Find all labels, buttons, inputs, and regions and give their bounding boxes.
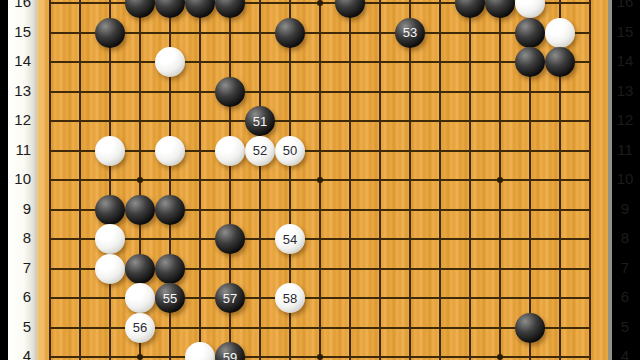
coordinate-label-right-4: 4 [612, 346, 638, 360]
stone-black-G8 [215, 224, 245, 254]
stone-black-D16 [125, 0, 155, 18]
stone-white-D6 [125, 283, 155, 313]
stone-black-G13 [215, 77, 245, 107]
grid-line-horizontal [49, 120, 591, 122]
stone-black-L16 [335, 0, 365, 18]
grid-line-vertical [469, 0, 471, 360]
stone-white-J11: 50 [275, 136, 305, 166]
move-number-label: 51 [253, 115, 267, 128]
go-board: 53515250545557585659 [37, 0, 612, 360]
coordinate-label-right-11: 11 [612, 140, 638, 160]
move-number-label: 59 [223, 351, 237, 360]
coordinate-label-left-11: 11 [8, 140, 31, 160]
grid-line-horizontal [49, 91, 591, 93]
stone-black-G4: 59 [215, 342, 245, 360]
coordinate-label-right-10: 10 [612, 169, 638, 189]
stone-white-E11 [155, 136, 185, 166]
coordinate-strip-left: 16151413121110987654 [8, 0, 37, 360]
coordinate-label-right-16: 16 [612, 0, 638, 12]
coordinate-label-left-4: 4 [8, 346, 31, 360]
coordinate-label-right-6: 6 [612, 287, 638, 307]
move-number-label: 58 [283, 292, 297, 305]
grid-line-vertical [439, 0, 441, 360]
coordinate-label-right-8: 8 [612, 228, 638, 248]
stone-black-C9 [95, 195, 125, 225]
star-point [137, 354, 143, 360]
star-point [137, 177, 143, 183]
letterbox-bar-left [0, 0, 8, 360]
star-point [317, 0, 323, 6]
stone-black-P16 [455, 0, 485, 18]
stone-black-R15 [515, 18, 545, 48]
stone-white-C8 [95, 224, 125, 254]
coordinate-strip-right: 16151413121110987654 [612, 0, 638, 360]
star-point [317, 177, 323, 183]
coordinate-label-left-14: 14 [8, 51, 31, 71]
move-number-label: 50 [283, 144, 297, 157]
coordinate-label-left-10: 10 [8, 169, 31, 189]
stone-black-C15 [95, 18, 125, 48]
move-number-label: 53 [403, 26, 417, 39]
stone-black-S14 [545, 47, 575, 77]
stone-white-J8: 54 [275, 224, 305, 254]
coordinate-label-left-12: 12 [8, 110, 31, 130]
coordinate-label-right-14: 14 [612, 51, 638, 71]
move-number-label: 57 [223, 292, 237, 305]
coordinate-label-right-9: 9 [612, 199, 638, 219]
grid-line-vertical [409, 0, 411, 360]
star-point [497, 354, 503, 360]
coordinate-label-right-7: 7 [612, 258, 638, 278]
grid-line-vertical [589, 0, 591, 360]
stone-black-Q16 [485, 0, 515, 18]
stone-black-E16 [155, 0, 185, 18]
move-number-label: 56 [133, 321, 147, 334]
stone-black-E9 [155, 195, 185, 225]
stone-white-C7 [95, 254, 125, 284]
stone-black-R5 [515, 313, 545, 343]
grid-line-horizontal [49, 150, 591, 152]
stone-black-N15: 53 [395, 18, 425, 48]
coordinate-label-right-13: 13 [612, 81, 638, 101]
stone-white-E14 [155, 47, 185, 77]
coordinate-label-left-5: 5 [8, 317, 31, 337]
stone-black-J15 [275, 18, 305, 48]
stone-white-F4 [185, 342, 215, 360]
stone-white-J6: 58 [275, 283, 305, 313]
move-number-label: 52 [253, 144, 267, 157]
stone-black-F16 [185, 0, 215, 18]
stone-white-S15 [545, 18, 575, 48]
grid-line-horizontal [49, 32, 591, 34]
stone-black-R14 [515, 47, 545, 77]
go-diagram-screenshot: 53515250545557585659 1615141312111098765… [0, 0, 640, 360]
stone-white-R16 [515, 0, 545, 18]
stone-white-H11: 52 [245, 136, 275, 166]
stone-black-E6: 55 [155, 283, 185, 313]
move-number-label: 55 [163, 292, 177, 305]
coordinate-label-left-8: 8 [8, 228, 31, 248]
stone-black-G6: 57 [215, 283, 245, 313]
coordinate-label-right-12: 12 [612, 110, 638, 130]
stone-black-D7 [125, 254, 155, 284]
coordinate-label-right-15: 15 [612, 22, 638, 42]
coordinate-label-left-7: 7 [8, 258, 31, 278]
coordinate-label-left-16: 16 [8, 0, 31, 12]
coordinate-label-right-5: 5 [612, 317, 638, 337]
move-number-label: 54 [283, 233, 297, 246]
stone-white-D5: 56 [125, 313, 155, 343]
coordinate-label-left-6: 6 [8, 287, 31, 307]
coordinate-label-left-15: 15 [8, 22, 31, 42]
star-point [497, 177, 503, 183]
coordinate-label-left-13: 13 [8, 81, 31, 101]
stone-white-G11 [215, 136, 245, 166]
grid-line-horizontal [49, 61, 591, 63]
stone-black-D9 [125, 195, 155, 225]
coordinate-label-left-9: 9 [8, 199, 31, 219]
grid-line-vertical [349, 0, 351, 360]
stone-black-H12: 51 [245, 106, 275, 136]
star-point [317, 354, 323, 360]
stone-black-G16 [215, 0, 245, 18]
stone-white-C11 [95, 136, 125, 166]
grid-line-vertical [379, 0, 381, 360]
stone-black-E7 [155, 254, 185, 284]
